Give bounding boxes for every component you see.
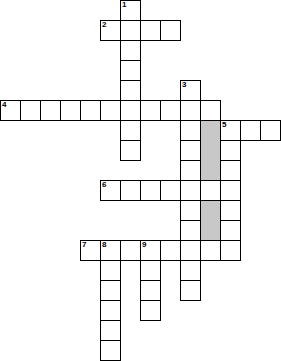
shaded-answer-cells-2[interactable] [200,200,221,241]
cell-r15c7[interactable] [140,300,161,321]
cell-r12c10[interactable] [200,240,221,261]
cell-r5c6[interactable] [120,100,141,121]
cell-r6c12[interactable] [240,120,261,141]
cell-r1c8[interactable] [160,20,181,41]
cell-r9c6[interactable] [120,180,141,201]
cell-r5c10[interactable] [200,100,221,121]
cell-r12c6[interactable] [120,240,141,261]
cell-r9c7[interactable] [140,180,161,201]
cell-r6c13[interactable] [260,120,281,141]
cell-r1c7[interactable] [140,20,161,41]
cell-r9c10[interactable] [200,180,221,201]
cell-r5c4[interactable] [80,100,101,121]
cell-r16c5[interactable] [100,320,121,341]
cell-r13c9[interactable] [180,260,201,281]
cell-r5c2[interactable] [40,100,61,121]
cell-r8c9[interactable] [180,160,201,181]
cell-r13c5[interactable] [100,260,121,281]
shaded-answer-cells-1[interactable] [200,120,221,181]
cell-r0c6[interactable] [120,0,141,21]
cell-r6c9[interactable] [180,120,201,141]
cell-r12c11[interactable] [220,240,241,261]
cell-r8c11[interactable] [220,160,241,181]
cell-r6c6[interactable] [120,120,141,141]
cell-r12c8[interactable] [160,240,181,261]
cell-r6c11[interactable] [220,120,241,141]
cell-r15c5[interactable] [100,300,121,321]
cell-r14c7[interactable] [140,280,161,301]
cell-r12c7[interactable] [140,240,161,261]
cell-r5c7[interactable] [140,100,161,121]
cell-r13c7[interactable] [140,260,161,281]
cell-r5c1[interactable] [20,100,41,121]
cell-r5c9[interactable] [180,100,201,121]
cell-r12c4[interactable] [80,240,101,261]
crossword-grid: 123456789 [0,0,281,361]
cell-r5c8[interactable] [160,100,181,121]
cell-r11c9[interactable] [180,220,201,241]
cell-r10c9[interactable] [180,200,201,221]
cell-r2c6[interactable] [120,40,141,61]
cell-r17c5[interactable] [100,340,121,361]
cell-r4c9[interactable] [180,80,201,101]
cell-r14c5[interactable] [100,280,121,301]
cell-r7c9[interactable] [180,140,201,161]
cell-r4c6[interactable] [120,80,141,101]
cell-r9c5[interactable] [100,180,121,201]
cell-r9c8[interactable] [160,180,181,201]
cell-r3c6[interactable] [120,60,141,81]
cell-r11c11[interactable] [220,220,241,241]
cell-r7c6[interactable] [120,140,141,161]
cell-r7c11[interactable] [220,140,241,161]
cell-r12c5[interactable] [100,240,121,261]
cell-r1c6[interactable] [120,20,141,41]
cell-r12c9[interactable] [180,240,201,261]
cell-r5c5[interactable] [100,100,121,121]
cell-r9c9[interactable] [180,180,201,201]
cell-r14c9[interactable] [180,280,201,301]
cell-r9c11[interactable] [220,180,241,201]
cell-r5c3[interactable] [60,100,81,121]
cell-r1c5[interactable] [100,20,121,41]
cell-r5c0[interactable] [0,100,21,121]
cell-r10c11[interactable] [220,200,241,221]
